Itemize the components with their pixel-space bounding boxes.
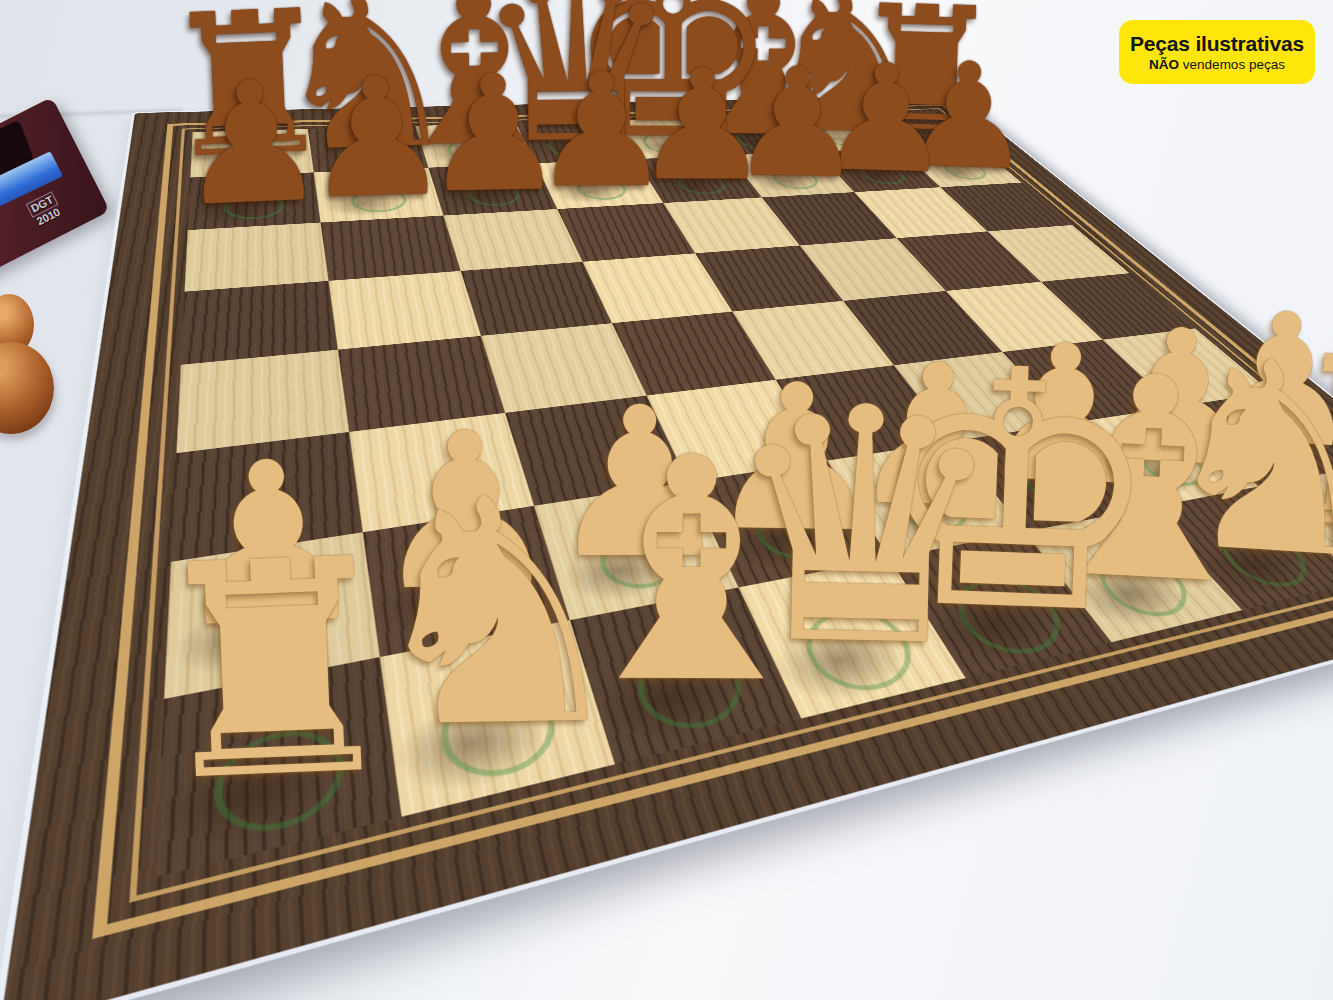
disclaimer-badge: Peças ilustrativas NÃO vendemos peças [1119,20,1315,84]
badge-subtitle-strong: NÃO [1149,57,1179,72]
badge-title: Peças ilustrativas [1130,32,1304,56]
square-b6 [321,216,461,281]
wooden-piece-base [0,342,54,434]
dgt-chess-clock: DGT 2010 [0,97,110,287]
clock-brand-label: DGT 2010 [26,191,64,229]
badge-subtitle-rest: vendemos peças [1179,57,1285,72]
chess-board [0,95,1333,1000]
product-photo-scene: DGT 2010 ♜♞♝♛♚♝♞♜♟♟♟♟♟♟♟♟♟♟♟♟♟♟♟♟♜♞♝♛♚♝♞… [0,0,1333,1000]
loose-wooden-piece [0,294,54,436]
badge-subtitle: NÃO vendemos peças [1149,57,1285,72]
square-a6 [185,223,329,292]
